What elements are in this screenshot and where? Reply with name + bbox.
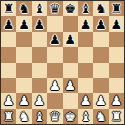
square-a1[interactable]: ♜ (1, 109, 16, 124)
square-a2[interactable]: ♟ (1, 93, 16, 108)
black-knight-piece: ♞ (95, 2, 107, 15)
white-pawn-piece: ♟ (95, 94, 107, 107)
square-c5[interactable] (32, 47, 47, 62)
square-g1[interactable]: ♞ (93, 109, 108, 124)
white-pawn-piece: ♟ (3, 94, 15, 107)
white-pawn-piece: ♟ (49, 79, 61, 92)
square-f2[interactable]: ♟ (78, 93, 93, 108)
square-b5[interactable] (16, 47, 31, 62)
square-f6[interactable] (78, 32, 93, 47)
black-pawn-piece: ♟ (3, 17, 15, 30)
white-knight-piece: ♞ (95, 109, 107, 122)
white-rook-piece: ♜ (110, 109, 122, 122)
square-e3[interactable]: ♟ (63, 78, 78, 93)
square-f8[interactable]: ♝ (78, 1, 93, 16)
square-a4[interactable] (1, 63, 16, 78)
square-a5[interactable] (1, 47, 16, 62)
square-d1[interactable]: ♛ (47, 109, 62, 124)
black-pawn-piece: ♟ (110, 17, 122, 30)
white-rook-piece: ♜ (3, 109, 15, 122)
square-b3[interactable] (16, 78, 31, 93)
square-g8[interactable]: ♞ (93, 1, 108, 16)
square-f1[interactable]: ♝ (78, 109, 93, 124)
square-b6[interactable] (16, 32, 31, 47)
square-g5[interactable] (93, 47, 108, 62)
black-bishop-piece: ♝ (34, 2, 46, 15)
black-rook-piece: ♜ (110, 2, 122, 15)
square-b1[interactable]: ♞ (16, 109, 31, 124)
square-f7[interactable]: ♟ (78, 16, 93, 31)
black-king-piece: ♚ (64, 2, 76, 15)
black-rook-piece: ♜ (3, 2, 15, 15)
square-d8[interactable]: ♛ (47, 1, 62, 16)
chess-board: ♜♞♝♛♚♝♞♜♟♟♟♟♟♟♟♟♟♟♟♟♟♟♟♟♜♞♝♛♚♝♞♜ (0, 0, 125, 125)
square-e6[interactable]: ♟ (63, 32, 78, 47)
square-c2[interactable]: ♟ (32, 93, 47, 108)
square-g3[interactable] (93, 78, 108, 93)
black-pawn-piece: ♟ (95, 17, 107, 30)
black-pawn-piece: ♟ (80, 17, 92, 30)
square-e2[interactable] (63, 93, 78, 108)
black-pawn-piece: ♟ (49, 32, 61, 45)
square-h3[interactable] (109, 78, 124, 93)
square-b4[interactable] (16, 63, 31, 78)
square-e1[interactable]: ♚ (63, 109, 78, 124)
white-pawn-piece: ♟ (18, 94, 30, 107)
black-queen-piece: ♛ (49, 2, 61, 15)
square-f3[interactable] (78, 78, 93, 93)
square-a6[interactable] (1, 32, 16, 47)
square-h6[interactable] (109, 32, 124, 47)
square-b7[interactable]: ♟ (16, 16, 31, 31)
square-g2[interactable]: ♟ (93, 93, 108, 108)
black-knight-piece: ♞ (18, 2, 30, 15)
square-d4[interactable] (47, 63, 62, 78)
white-pawn-piece: ♟ (34, 94, 46, 107)
black-pawn-piece: ♟ (34, 17, 46, 30)
square-c7[interactable]: ♟ (32, 16, 47, 31)
square-d6[interactable]: ♟ (47, 32, 62, 47)
square-g6[interactable] (93, 32, 108, 47)
square-b8[interactable]: ♞ (16, 1, 31, 16)
white-knight-piece: ♞ (18, 109, 30, 122)
white-pawn-piece: ♟ (64, 79, 76, 92)
square-b2[interactable]: ♟ (16, 93, 31, 108)
square-h1[interactable]: ♜ (109, 109, 124, 124)
square-c1[interactable]: ♝ (32, 109, 47, 124)
square-d3[interactable]: ♟ (47, 78, 62, 93)
square-h8[interactable]: ♜ (109, 1, 124, 16)
white-queen-piece: ♛ (49, 109, 61, 122)
square-a3[interactable] (1, 78, 16, 93)
square-a7[interactable]: ♟ (1, 16, 16, 31)
square-e7[interactable] (63, 16, 78, 31)
white-bishop-piece: ♝ (80, 109, 92, 122)
square-e8[interactable]: ♚ (63, 1, 78, 16)
white-pawn-piece: ♟ (80, 94, 92, 107)
square-c4[interactable] (32, 63, 47, 78)
square-f5[interactable] (78, 47, 93, 62)
black-pawn-piece: ♟ (18, 17, 30, 30)
square-c8[interactable]: ♝ (32, 1, 47, 16)
square-e4[interactable] (63, 63, 78, 78)
white-bishop-piece: ♝ (34, 109, 46, 122)
square-a8[interactable]: ♜ (1, 1, 16, 16)
black-bishop-piece: ♝ (80, 2, 92, 15)
square-h4[interactable] (109, 63, 124, 78)
square-d5[interactable] (47, 47, 62, 62)
square-c3[interactable] (32, 78, 47, 93)
square-g7[interactable]: ♟ (93, 16, 108, 31)
square-c6[interactable] (32, 32, 47, 47)
square-d2[interactable] (47, 93, 62, 108)
square-h7[interactable]: ♟ (109, 16, 124, 31)
square-e5[interactable] (63, 47, 78, 62)
white-pawn-piece: ♟ (110, 94, 122, 107)
square-h2[interactable]: ♟ (109, 93, 124, 108)
square-d7[interactable] (47, 16, 62, 31)
square-h5[interactable] (109, 47, 124, 62)
white-king-piece: ♚ (64, 109, 76, 122)
square-f4[interactable] (78, 63, 93, 78)
square-g4[interactable] (93, 63, 108, 78)
black-pawn-piece: ♟ (64, 32, 76, 45)
